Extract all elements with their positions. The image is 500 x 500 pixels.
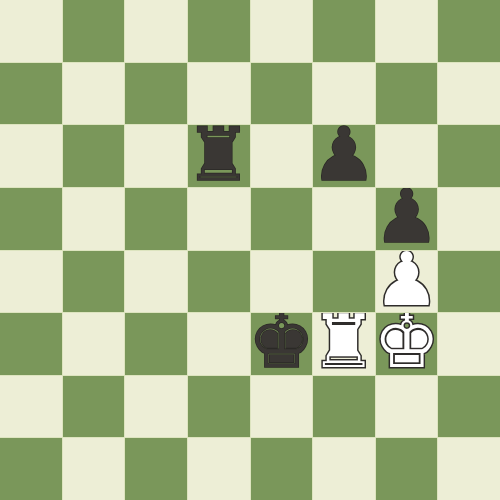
square-g3[interactable]: ♚	[376, 313, 438, 375]
square-f8[interactable]	[313, 0, 375, 62]
square-c8[interactable]	[125, 0, 187, 62]
square-a7[interactable]	[0, 63, 62, 125]
square-b7[interactable]	[63, 63, 125, 125]
square-h3[interactable]	[438, 313, 500, 375]
board-container: ♜♟♟♟♚♜♚	[0, 0, 500, 500]
square-e2[interactable]	[251, 376, 313, 438]
square-g4[interactable]: ♟	[376, 251, 438, 313]
square-b2[interactable]	[63, 376, 125, 438]
square-c7[interactable]	[125, 63, 187, 125]
square-d1[interactable]	[188, 438, 250, 500]
square-h2[interactable]	[438, 376, 500, 438]
square-h8[interactable]	[438, 0, 500, 62]
square-a2[interactable]	[0, 376, 62, 438]
square-g2[interactable]	[376, 376, 438, 438]
square-f3[interactable]: ♜	[313, 313, 375, 375]
square-e4[interactable]	[251, 251, 313, 313]
square-c1[interactable]	[125, 438, 187, 500]
square-c2[interactable]	[125, 376, 187, 438]
square-a8[interactable]	[0, 0, 62, 62]
square-g1[interactable]	[376, 438, 438, 500]
black-pawn[interactable]: ♟	[313, 125, 375, 184]
square-d5[interactable]	[188, 188, 250, 250]
square-e5[interactable]	[251, 188, 313, 250]
square-a5[interactable]	[0, 188, 62, 250]
square-g6[interactable]	[376, 125, 438, 187]
square-c6[interactable]	[125, 125, 187, 187]
square-h7[interactable]	[438, 63, 500, 125]
white-rook[interactable]: ♜	[313, 313, 375, 372]
square-b8[interactable]	[63, 0, 125, 62]
square-h6[interactable]	[438, 125, 500, 187]
square-g8[interactable]	[376, 0, 438, 62]
square-b6[interactable]	[63, 125, 125, 187]
white-king[interactable]: ♚	[376, 313, 438, 372]
square-a4[interactable]	[0, 251, 62, 313]
square-d3[interactable]	[188, 313, 250, 375]
square-f6[interactable]: ♟	[313, 125, 375, 187]
square-d7[interactable]	[188, 63, 250, 125]
square-b4[interactable]	[63, 251, 125, 313]
square-f7[interactable]	[313, 63, 375, 125]
square-f1[interactable]	[313, 438, 375, 500]
square-g5[interactable]: ♟	[376, 188, 438, 250]
square-c3[interactable]	[125, 313, 187, 375]
square-c5[interactable]	[125, 188, 187, 250]
square-d4[interactable]	[188, 251, 250, 313]
black-pawn[interactable]: ♟	[376, 188, 438, 247]
square-e1[interactable]	[251, 438, 313, 500]
square-b1[interactable]	[63, 438, 125, 500]
square-d8[interactable]	[188, 0, 250, 62]
square-e6[interactable]	[251, 125, 313, 187]
chess-board: ♜♟♟♟♚♜♚	[0, 0, 500, 500]
square-b5[interactable]	[63, 188, 125, 250]
square-e8[interactable]	[251, 0, 313, 62]
square-f2[interactable]	[313, 376, 375, 438]
square-c4[interactable]	[125, 251, 187, 313]
square-g7[interactable]	[376, 63, 438, 125]
square-f5[interactable]	[313, 188, 375, 250]
square-a6[interactable]	[0, 125, 62, 187]
square-h5[interactable]	[438, 188, 500, 250]
white-pawn[interactable]: ♟	[376, 251, 438, 310]
square-h1[interactable]	[438, 438, 500, 500]
square-a3[interactable]	[0, 313, 62, 375]
black-king[interactable]: ♚	[251, 313, 313, 372]
square-d6[interactable]: ♜	[188, 125, 250, 187]
square-e7[interactable]	[251, 63, 313, 125]
square-b3[interactable]	[63, 313, 125, 375]
black-rook[interactable]: ♜	[188, 125, 250, 184]
square-a1[interactable]	[0, 438, 62, 500]
square-h4[interactable]	[438, 251, 500, 313]
square-f4[interactable]	[313, 251, 375, 313]
square-d2[interactable]	[188, 376, 250, 438]
square-e3[interactable]: ♚	[251, 313, 313, 375]
